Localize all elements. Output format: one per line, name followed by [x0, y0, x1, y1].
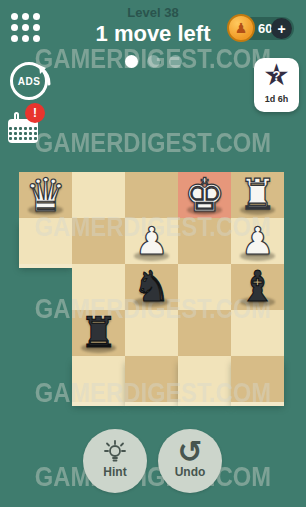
white-pawn-piece[interactable]: ♟ — [231, 218, 284, 264]
white-pawn-piece[interactable]: ♟ — [125, 218, 178, 264]
black-bishop-piece[interactable]: ♝ — [231, 264, 284, 310]
square-r5c5[interactable] — [231, 356, 284, 402]
square-r2c5[interactable]: ♟ — [231, 218, 284, 264]
square-r1c4[interactable]: ♚ — [178, 172, 231, 218]
ads-icon[interactable]: ADS — [10, 62, 48, 100]
square-r3c2[interactable] — [72, 264, 125, 310]
square-r5c3[interactable] — [125, 356, 178, 402]
square-r1c3[interactable] — [125, 172, 178, 218]
square-r3c3[interactable]: ♞ — [125, 264, 178, 310]
undo-button[interactable]: ↺ Undo — [158, 429, 222, 493]
undo-arrow-icon: ↺ — [177, 437, 202, 467]
coin-icon: ♟ — [227, 14, 255, 42]
square-r4c3[interactable] — [125, 310, 178, 356]
watermark-text: GAMERDIGEST.COM — [18, 128, 287, 159]
hint-button[interactable]: Hint — [83, 429, 147, 493]
square-r2c4[interactable] — [178, 218, 231, 264]
ads-refresh-arrow — [10, 62, 54, 106]
progress-dot — [147, 55, 160, 68]
hint-label: Hint — [103, 465, 126, 479]
watermark-text: GAMERDIGEST.COM — [18, 462, 287, 493]
progress-dot — [125, 55, 138, 68]
progress-dot — [169, 55, 182, 68]
undo-label: Undo — [175, 465, 206, 479]
square-r2c3[interactable]: ♟ — [125, 218, 178, 264]
square-r1c2[interactable] — [72, 172, 125, 218]
coin-counter: ♟ 60 + — [234, 17, 294, 40]
lightbulb-icon — [101, 437, 129, 467]
square-r5c4[interactable] — [178, 356, 231, 402]
square-r2c1[interactable] — [19, 218, 72, 264]
add-coins-button[interactable]: + — [271, 18, 292, 39]
black-knight-piece[interactable]: ♞ — [125, 264, 178, 310]
square-r1c1[interactable]: ♛ — [19, 172, 72, 218]
square-r2c2[interactable] — [72, 218, 125, 264]
square-r3c5[interactable]: ♝ — [231, 264, 284, 310]
square-r3c4[interactable] — [178, 264, 231, 310]
mystery-event-card[interactable]: ★ ? 1d 6h — [254, 58, 299, 112]
white-rook-piece[interactable]: ♜ — [231, 172, 284, 218]
square-r1c5[interactable]: ♜ — [231, 172, 284, 218]
question-mark: ? — [260, 68, 294, 83]
chess-board: ♛♚♜♟♟♞♝♜ — [19, 172, 284, 402]
event-timer: 1d 6h — [265, 94, 289, 104]
square-r4c5[interactable] — [231, 310, 284, 356]
white-king-piece[interactable]: ♚ — [178, 172, 231, 218]
daily-calendar-button[interactable]: ! — [8, 112, 40, 146]
black-rook-piece[interactable]: ♜ — [72, 310, 125, 356]
square-r5c2[interactable] — [72, 356, 125, 402]
notification-badge: ! — [25, 103, 45, 123]
square-r4c2[interactable]: ♜ — [72, 310, 125, 356]
square-r4c4[interactable] — [178, 310, 231, 356]
white-queen-piece[interactable]: ♛ — [19, 172, 72, 218]
